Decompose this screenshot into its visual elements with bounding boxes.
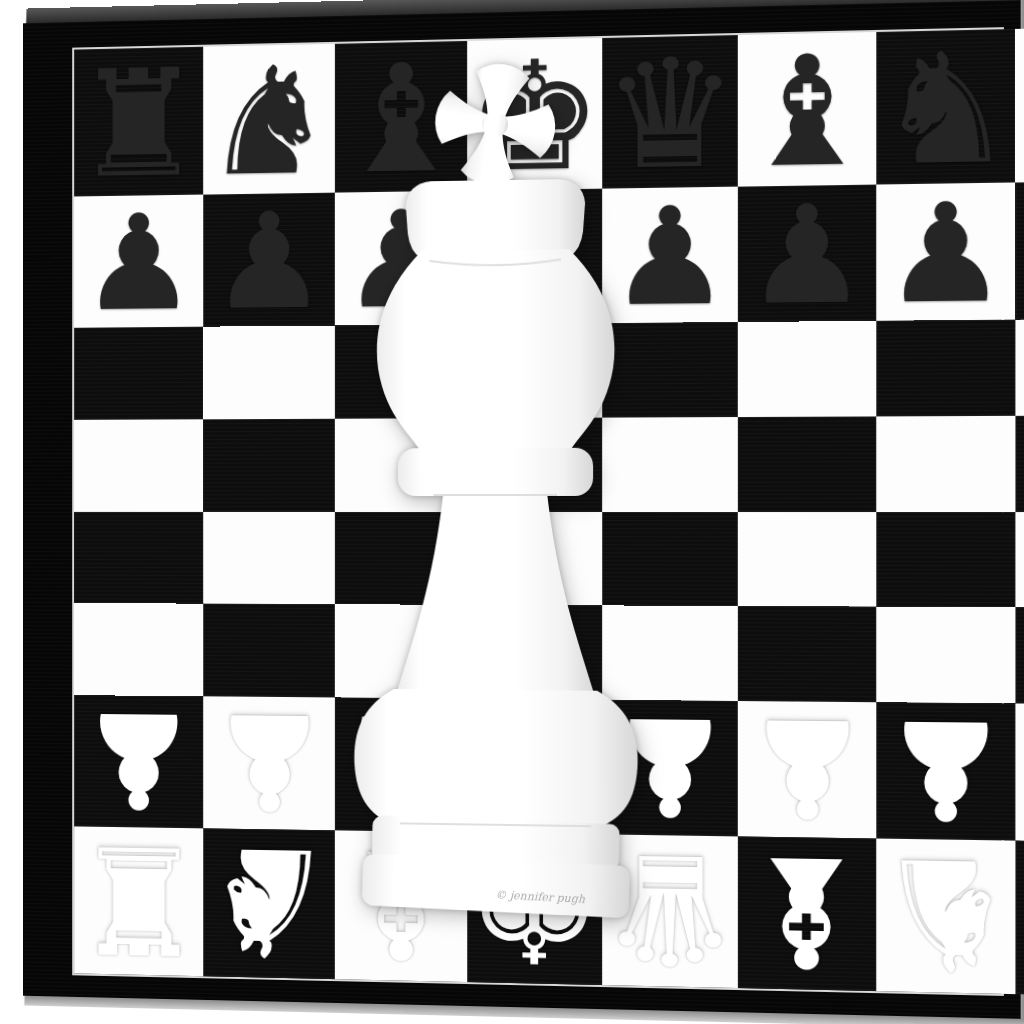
white-king-overlay: © jennifer pugh — [347, 59, 646, 924]
board-cell: ♜ — [1016, 26, 1024, 183]
chess-piece-white-rook: ♜ — [74, 824, 204, 974]
chess-piece-white-knight: ♞ — [876, 836, 1016, 992]
board-cell: ♟ — [204, 696, 335, 830]
chess-piece-black-pawn: ♟ — [746, 187, 869, 324]
board-cell — [204, 326, 335, 420]
canvas-print: ♜♞♝♚♛♝♞♜♟♟♟♟♟♟♟♟♟♟♟♟♟♟♟♟♜♞♝♚♛♝♞♜ — [23, 0, 1021, 1019]
board-cell: ♞ — [204, 44, 335, 195]
board-cell — [738, 321, 876, 417]
board-cell — [1016, 608, 1024, 705]
board-cell: ♟ — [204, 193, 335, 327]
chess-piece-white-rook: ♜ — [1016, 839, 1024, 996]
chess-piece-black-knight: ♞ — [204, 46, 335, 197]
chess-piece-black-rook: ♜ — [74, 49, 204, 199]
board-cell: ♝ — [738, 32, 876, 187]
board-cell: ♟ — [738, 701, 876, 839]
chess-piece-white-pawn: ♟ — [746, 699, 869, 836]
chess-piece-white-pawn: ♟ — [884, 700, 1009, 838]
board-cell: ♟ — [74, 695, 204, 828]
board-cell: ♞ — [876, 839, 1016, 995]
board-cell: ♜ — [74, 826, 204, 976]
board-cell — [876, 320, 1016, 417]
board-cell — [1016, 415, 1024, 512]
board-cell — [204, 418, 335, 511]
board-cell — [738, 512, 876, 607]
board-cell: ♟ — [876, 182, 1016, 320]
board-cell: ♟ — [876, 702, 1016, 840]
chess-piece-black-pawn: ♟ — [884, 185, 1009, 323]
chess-piece-black-rook: ♜ — [1016, 28, 1024, 185]
board-cell — [738, 416, 876, 511]
chess-piece-black-pawn: ♟ — [211, 195, 328, 329]
board-cell: ♟ — [1016, 703, 1024, 842]
board-cell — [876, 416, 1016, 512]
board-cell: ♝ — [738, 836, 876, 991]
chess-piece-white-pawn: ♟ — [81, 693, 197, 826]
board-cell: ♞ — [876, 29, 1016, 185]
chess-piece-black-pawn: ♟ — [81, 197, 197, 330]
chess-piece-white-bishop: ♝ — [738, 834, 876, 989]
board-cell — [74, 327, 204, 420]
board-cell — [74, 511, 204, 603]
board-cell: ♜ — [1016, 841, 1024, 998]
white-king-body — [354, 59, 637, 918]
board-cell — [1016, 318, 1024, 415]
cross-pattee-finial — [426, 59, 564, 193]
board-cell: ♟ — [74, 195, 204, 328]
board-cell — [876, 512, 1016, 608]
board-cell — [1016, 512, 1024, 609]
board-cell: ♟ — [738, 185, 876, 322]
chess-piece-white-pawn: ♟ — [211, 694, 328, 828]
board-cell: ♞ — [204, 828, 335, 979]
chess-piece-black-bishop: ♝ — [738, 34, 876, 189]
product-photo: ♜♞♝♚♛♝♞♜♟♟♟♟♟♟♟♟♟♟♟♟♟♟♟♟♜♞♝♚♛♝♞♜ — [0, 0, 1024, 1024]
chess-piece-black-knight: ♞ — [876, 31, 1016, 187]
board-cell: ♜ — [74, 47, 204, 197]
board-cell — [74, 419, 204, 511]
board-cell: ♟ — [1016, 180, 1024, 319]
chess-piece-white-knight: ♞ — [204, 826, 335, 977]
board-cell — [204, 511, 335, 604]
